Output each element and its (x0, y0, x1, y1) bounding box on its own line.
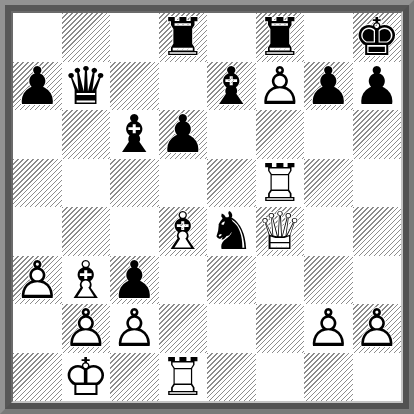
square-g5[interactable] (304, 159, 353, 208)
square-h1[interactable] (353, 353, 402, 402)
chess-board-frame-bevel: ♜♜♚♟♛♝♟♙♟♟♝♟♜♖♝♗♞♛♕♟♙♝♗♟♟♙♟♙♟♙♟♙♚♔♜♖ (5, 5, 409, 409)
square-e2[interactable] (207, 304, 256, 353)
white-pawn[interactable]: ♙ (62, 304, 111, 353)
white-king[interactable]: ♔ (62, 353, 111, 402)
white-pawn[interactable]: ♙ (353, 304, 402, 353)
square-b8[interactable] (62, 13, 111, 62)
white-pawn[interactable]: ♙ (13, 256, 62, 305)
black-king[interactable]: ♚ (353, 13, 402, 62)
square-f5[interactable]: ♜♖ (256, 159, 305, 208)
square-c2[interactable]: ♟♙ (110, 304, 159, 353)
square-b3[interactable]: ♝♗ (62, 256, 111, 305)
square-e5[interactable] (207, 159, 256, 208)
square-e4[interactable]: ♞ (207, 207, 256, 256)
square-d5[interactable] (159, 159, 208, 208)
square-a4[interactable] (13, 207, 62, 256)
square-c5[interactable] (110, 159, 159, 208)
square-d6[interactable]: ♟ (159, 110, 208, 159)
white-rook[interactable]: ♖ (159, 353, 208, 402)
black-pawn[interactable]: ♟ (304, 62, 353, 111)
square-d7[interactable] (159, 62, 208, 111)
square-g7[interactable]: ♟ (304, 62, 353, 111)
square-c1[interactable] (110, 353, 159, 402)
square-g4[interactable] (304, 207, 353, 256)
square-d1[interactable]: ♜♖ (159, 353, 208, 402)
square-g2[interactable]: ♟♙ (304, 304, 353, 353)
black-rook[interactable]: ♜ (256, 13, 305, 62)
square-b5[interactable] (62, 159, 111, 208)
square-d2[interactable] (159, 304, 208, 353)
square-a5[interactable] (13, 159, 62, 208)
square-g6[interactable] (304, 110, 353, 159)
square-h7[interactable]: ♟ (353, 62, 402, 111)
square-c6[interactable]: ♝ (110, 110, 159, 159)
square-b6[interactable] (62, 110, 111, 159)
square-c7[interactable] (110, 62, 159, 111)
black-pawn[interactable]: ♟ (13, 62, 62, 111)
square-f7[interactable]: ♟♙ (256, 62, 305, 111)
square-g3[interactable] (304, 256, 353, 305)
square-e1[interactable] (207, 353, 256, 402)
square-f2[interactable] (256, 304, 305, 353)
square-f1[interactable] (256, 353, 305, 402)
black-bishop[interactable]: ♝ (110, 110, 159, 159)
chess-board-frame: ♜♜♚♟♛♝♟♙♟♟♝♟♜♖♝♗♞♛♕♟♙♝♗♟♟♙♟♙♟♙♟♙♚♔♜♖ (0, 0, 414, 414)
black-pawn[interactable]: ♟ (353, 62, 402, 111)
white-queen[interactable]: ♕ (256, 207, 305, 256)
white-pawn[interactable]: ♙ (110, 304, 159, 353)
square-h3[interactable] (353, 256, 402, 305)
square-f3[interactable] (256, 256, 305, 305)
square-e8[interactable] (207, 13, 256, 62)
square-c8[interactable] (110, 13, 159, 62)
square-d4[interactable]: ♝♗ (159, 207, 208, 256)
square-a6[interactable] (13, 110, 62, 159)
square-c3[interactable]: ♟ (110, 256, 159, 305)
square-a8[interactable] (13, 13, 62, 62)
square-f4[interactable]: ♛♕ (256, 207, 305, 256)
square-f6[interactable] (256, 110, 305, 159)
chess-board-frame-inner-edge: ♜♜♚♟♛♝♟♙♟♟♝♟♜♖♝♗♞♛♕♟♙♝♗♟♟♙♟♙♟♙♟♙♚♔♜♖ (11, 11, 403, 403)
black-pawn[interactable]: ♟ (110, 256, 159, 305)
square-h8[interactable]: ♚ (353, 13, 402, 62)
square-a3[interactable]: ♟♙ (13, 256, 62, 305)
square-b2[interactable]: ♟♙ (62, 304, 111, 353)
square-b7[interactable]: ♛ (62, 62, 111, 111)
square-c4[interactable] (110, 207, 159, 256)
square-f8[interactable]: ♜ (256, 13, 305, 62)
white-pawn[interactable]: ♙ (256, 62, 305, 111)
black-knight[interactable]: ♞ (207, 207, 256, 256)
square-h5[interactable] (353, 159, 402, 208)
square-h4[interactable] (353, 207, 402, 256)
square-g8[interactable] (304, 13, 353, 62)
white-bishop[interactable]: ♗ (62, 256, 111, 305)
square-h6[interactable] (353, 110, 402, 159)
square-e3[interactable] (207, 256, 256, 305)
square-h2[interactable]: ♟♙ (353, 304, 402, 353)
white-pawn[interactable]: ♙ (304, 304, 353, 353)
white-bishop[interactable]: ♗ (159, 207, 208, 256)
square-a1[interactable] (13, 353, 62, 402)
square-a7[interactable]: ♟ (13, 62, 62, 111)
square-a2[interactable] (13, 304, 62, 353)
chess-board: ♜♜♚♟♛♝♟♙♟♟♝♟♜♖♝♗♞♛♕♟♙♝♗♟♟♙♟♙♟♙♟♙♚♔♜♖ (13, 13, 401, 401)
black-pawn[interactable]: ♟ (159, 110, 208, 159)
square-e7[interactable]: ♝ (207, 62, 256, 111)
square-d8[interactable]: ♜ (159, 13, 208, 62)
black-rook[interactable]: ♜ (159, 13, 208, 62)
square-e6[interactable] (207, 110, 256, 159)
square-d3[interactable] (159, 256, 208, 305)
square-g1[interactable] (304, 353, 353, 402)
white-rook[interactable]: ♖ (256, 159, 305, 208)
square-b1[interactable]: ♚♔ (62, 353, 111, 402)
black-bishop[interactable]: ♝ (207, 62, 256, 111)
square-b4[interactable] (62, 207, 111, 256)
black-queen[interactable]: ♛ (62, 62, 111, 111)
